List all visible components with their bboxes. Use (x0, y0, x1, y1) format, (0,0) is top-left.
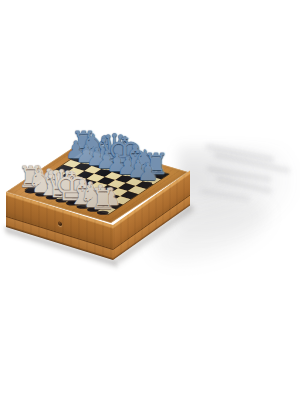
square-h1: ♜ (98, 206, 116, 214)
piece-shadow-streak (215, 176, 273, 195)
piece-glyph: ♜ (90, 186, 116, 214)
piece-shadow-streak (206, 165, 272, 182)
drawer-knob (58, 221, 62, 226)
cast-shadow-wash (178, 146, 296, 242)
ivory-rook: ♜ (83, 199, 123, 213)
product-photo: ♜♞♝♛♚♝♞♜♟♟♟♟♟♟♟♟♟♟♟♟♟♟♟♟♜♞♝♛♚♝♞♜ (0, 0, 300, 395)
piece-shadow-streak (205, 143, 275, 162)
piece-shadow-streak (200, 188, 250, 202)
piece-shadow-streak (213, 152, 291, 174)
